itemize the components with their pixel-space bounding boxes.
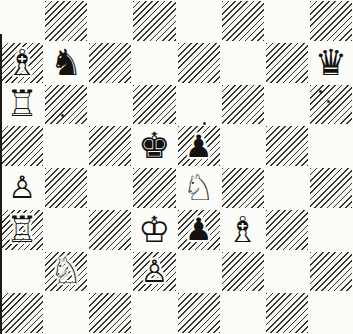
square-g3[interactable] [265, 209, 309, 251]
square-e7[interactable] [177, 42, 221, 84]
square-e3[interactable]: ♟ [177, 209, 221, 251]
square-e2[interactable] [177, 251, 221, 293]
square-d8[interactable] [132, 0, 176, 42]
square-g7[interactable] [265, 42, 309, 84]
square-g2[interactable] [265, 251, 309, 293]
square-b8[interactable] [44, 0, 88, 42]
piece-white-bishop-a7: ♗ [6, 45, 38, 81]
square-f6[interactable] [221, 84, 265, 126]
square-a8[interactable] [0, 0, 44, 42]
piece-white-knight-e4: ♘ [182, 170, 214, 206]
square-d7[interactable] [132, 42, 176, 84]
square-f7[interactable] [221, 42, 265, 84]
piece-white-rook-a6: ♖ [6, 86, 38, 122]
piece-white-pawn-a4: ♙ [8, 172, 36, 203]
square-e8[interactable] [177, 0, 221, 42]
square-h7[interactable]: ♛ [309, 42, 353, 84]
print-speck [319, 90, 322, 93]
square-c8[interactable] [88, 0, 132, 42]
square-b6[interactable] [44, 84, 88, 126]
square-c6[interactable] [88, 84, 132, 126]
square-c4[interactable] [88, 167, 132, 209]
piece-black-king-d5: ♚ [138, 128, 170, 164]
square-d5[interactable]: ♚ [132, 125, 176, 167]
square-g1[interactable] [265, 292, 309, 334]
square-h2[interactable] [309, 251, 353, 293]
square-e6[interactable] [177, 84, 221, 126]
print-speck [203, 122, 206, 125]
square-g4[interactable] [265, 167, 309, 209]
square-f5[interactable] [221, 125, 265, 167]
square-d1[interactable] [132, 292, 176, 334]
square-b4[interactable] [44, 167, 88, 209]
square-f8[interactable] [221, 0, 265, 42]
square-b2[interactable]: ♘ [44, 251, 88, 293]
square-a2[interactable] [0, 251, 44, 293]
piece-black-knight-b7: ♞ [50, 45, 82, 81]
square-h1[interactable] [309, 292, 353, 334]
square-b3[interactable] [44, 209, 88, 251]
square-f2[interactable] [221, 251, 265, 293]
piece-white-king-d3: ♔ [138, 212, 170, 248]
square-h8[interactable] [309, 0, 353, 42]
square-b1[interactable] [44, 292, 88, 334]
square-d6[interactable] [132, 84, 176, 126]
square-h3[interactable] [309, 209, 353, 251]
print-speck [327, 100, 330, 103]
piece-black-pawn-e5: ♟ [185, 131, 213, 162]
piece-white-pawn-d2: ♙ [141, 256, 169, 287]
square-f3[interactable]: ♗ [221, 209, 265, 251]
piece-black-queen-h7: ♛ [315, 45, 347, 81]
square-g8[interactable] [265, 0, 309, 42]
square-b7[interactable]: ♞ [44, 42, 88, 84]
piece-white-bishop-f3: ♗ [227, 212, 259, 248]
square-e4[interactable]: ♘ [177, 167, 221, 209]
square-h6[interactable] [309, 84, 353, 126]
square-g5[interactable] [265, 125, 309, 167]
square-e5[interactable]: ♟ [177, 125, 221, 167]
square-d4[interactable] [132, 167, 176, 209]
square-d3[interactable]: ♔ [132, 209, 176, 251]
square-a4[interactable]: ♙ [0, 167, 44, 209]
square-a5[interactable] [0, 125, 44, 167]
square-a7[interactable]: ♗ [0, 42, 44, 84]
square-e1[interactable] [177, 292, 221, 334]
piece-black-pawn-e3: ♟ [185, 214, 213, 245]
square-h4[interactable] [309, 167, 353, 209]
square-c1[interactable] [88, 292, 132, 334]
square-c5[interactable] [88, 125, 132, 167]
square-f4[interactable] [221, 167, 265, 209]
square-b5[interactable] [44, 125, 88, 167]
square-g6[interactable] [265, 84, 309, 126]
square-c7[interactable] [88, 42, 132, 84]
square-a1[interactable] [0, 292, 44, 334]
square-d2[interactable]: ♙ [132, 251, 176, 293]
piece-white-knight-b2: ♘ [50, 253, 82, 289]
square-c3[interactable] [88, 209, 132, 251]
square-a3[interactable]: ♖ [0, 209, 44, 251]
square-f1[interactable] [221, 292, 265, 334]
square-a6[interactable]: ♖ [0, 84, 44, 126]
print-speck [61, 114, 64, 117]
square-c2[interactable] [88, 251, 132, 293]
square-h5[interactable] [309, 125, 353, 167]
scanned-chess-diagram: ♗♞♛♖♚♟♙♘♖♔♟♗♘♙ [0, 0, 353, 334]
piece-white-rook-a3: ♖ [6, 212, 38, 248]
chess-board: ♗♞♛♖♚♟♙♘♖♔♟♗♘♙ [0, 0, 353, 334]
